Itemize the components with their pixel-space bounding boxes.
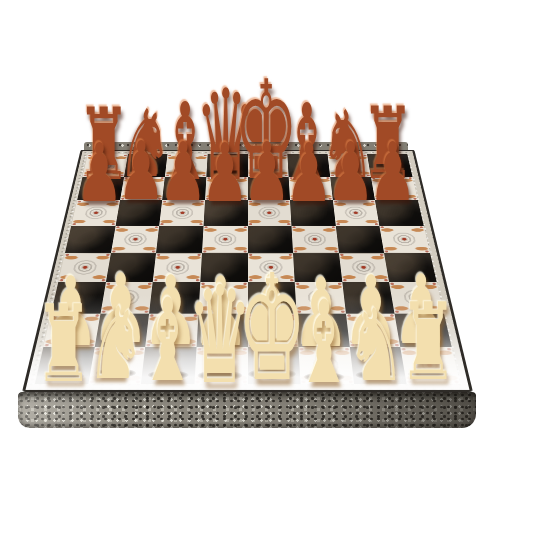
square-e2 [248,313,299,347]
board-grid [35,154,460,384]
square-c8 [165,154,208,176]
square-b3 [100,282,153,313]
square-b1 [88,347,145,384]
square-d5 [202,226,248,253]
square-a3 [51,282,106,313]
square-c2 [145,313,198,347]
square-c6 [159,200,205,225]
square-g6 [333,200,380,225]
square-f8 [287,154,330,176]
square-b2 [94,313,149,347]
square-h6 [375,200,423,225]
square-f7 [289,177,333,201]
square-a6 [71,200,119,225]
square-d2 [196,313,247,347]
square-b7 [120,177,165,201]
square-d1 [194,347,247,384]
square-g3 [342,282,395,313]
board-front-face [18,392,476,428]
square-c3 [149,282,200,313]
square-e6 [248,200,292,225]
square-b4 [106,253,157,282]
square-h8 [367,154,412,176]
square-g4 [339,253,390,282]
square-h5 [380,226,430,253]
square-b8 [124,154,168,176]
square-h3 [389,282,444,313]
square-g8 [327,154,371,176]
board-center-seam [66,252,430,253]
square-f5 [292,226,339,253]
square-e5 [248,226,294,253]
square-a8 [83,154,128,176]
square-f4 [293,253,342,282]
square-c1 [141,347,196,384]
square-f3 [295,282,346,313]
square-a2 [43,313,100,347]
square-g7 [330,177,375,201]
square-d6 [203,200,247,225]
square-d3 [198,282,247,313]
square-h1 [401,347,461,384]
square-c4 [153,253,202,282]
square-e3 [248,282,297,313]
square-e8 [248,154,289,176]
chess-board [22,150,473,392]
square-g2 [346,313,401,347]
square-a1 [35,347,95,384]
square-a5 [65,226,115,253]
square-e4 [248,253,295,282]
square-h4 [384,253,436,282]
chess-set-photo: ♜︎♞︎♝︎♛︎♚︎♝︎♞︎♜︎♟︎♟︎♟︎♟︎♟︎♟︎♟︎♟︎♟︎♟︎♟︎♟︎… [0,0,533,533]
square-d4 [200,253,247,282]
square-f1 [299,347,354,384]
square-b6 [115,200,162,225]
square-h2 [395,313,452,347]
square-d7 [205,177,248,201]
square-a4 [58,253,110,282]
square-e1 [248,347,301,384]
square-c5 [156,226,203,253]
square-c7 [162,177,206,201]
square-e7 [248,177,291,201]
square-h7 [371,177,418,201]
square-d8 [206,154,247,176]
square-b5 [111,226,160,253]
square-g1 [350,347,407,384]
square-a7 [77,177,124,201]
square-g5 [336,226,385,253]
square-f6 [290,200,336,225]
square-f2 [297,313,350,347]
